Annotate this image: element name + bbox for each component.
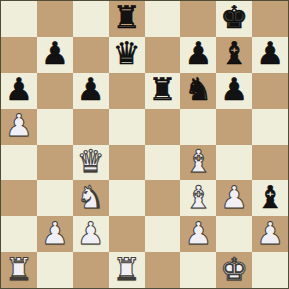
square-b3[interactable]	[37, 180, 73, 216]
square-e6[interactable]: ♜	[145, 73, 181, 109]
piece-white-pawn[interactable]: ♟	[220, 182, 248, 213]
square-e1[interactable]	[145, 252, 181, 288]
square-g3[interactable]: ♟	[216, 180, 252, 216]
piece-white-knight[interactable]: ♞	[77, 182, 105, 213]
square-e4[interactable]	[145, 145, 181, 181]
chess-board-wrapper: ♜♚♟♛♟♝♟♟♟♜♞♟♟♛♝♞♝♟♝♟♟♟♟♜♜♚	[0, 0, 289, 289]
square-f1[interactable]	[180, 252, 216, 288]
square-e2[interactable]	[145, 216, 181, 252]
square-a1[interactable]: ♜	[1, 252, 37, 288]
square-a8[interactable]	[1, 1, 37, 37]
square-g2[interactable]	[216, 216, 252, 252]
square-f4[interactable]: ♝	[180, 145, 216, 181]
piece-white-bishop[interactable]: ♝	[184, 182, 212, 213]
square-d8[interactable]: ♜	[109, 1, 145, 37]
piece-white-pawn[interactable]: ♟	[77, 218, 105, 249]
square-b1[interactable]	[37, 252, 73, 288]
piece-black-pawn[interactable]: ♟	[41, 38, 69, 69]
square-h2[interactable]: ♟	[252, 216, 288, 252]
square-a7[interactable]	[1, 37, 37, 73]
square-a2[interactable]	[1, 216, 37, 252]
piece-black-pawn[interactable]: ♟	[184, 38, 212, 69]
piece-black-pawn[interactable]: ♟	[77, 74, 105, 105]
square-e3[interactable]	[145, 180, 181, 216]
chess-board: ♜♚♟♛♟♝♟♟♟♜♞♟♟♛♝♞♝♟♝♟♟♟♟♜♜♚	[0, 0, 289, 289]
square-f8[interactable]	[180, 1, 216, 37]
square-g7[interactable]: ♝	[216, 37, 252, 73]
square-b7[interactable]: ♟	[37, 37, 73, 73]
square-e8[interactable]	[145, 1, 181, 37]
square-f3[interactable]: ♝	[180, 180, 216, 216]
square-a5[interactable]: ♟	[1, 109, 37, 145]
square-h7[interactable]: ♟	[252, 37, 288, 73]
square-d3[interactable]	[109, 180, 145, 216]
square-e5[interactable]	[145, 109, 181, 145]
square-e7[interactable]	[145, 37, 181, 73]
square-g1[interactable]: ♚	[216, 252, 252, 288]
square-h8[interactable]	[252, 1, 288, 37]
square-b8[interactable]	[37, 1, 73, 37]
square-b5[interactable]	[37, 109, 73, 145]
square-c5[interactable]	[73, 109, 109, 145]
square-d4[interactable]	[109, 145, 145, 181]
square-c6[interactable]: ♟	[73, 73, 109, 109]
square-f7[interactable]: ♟	[180, 37, 216, 73]
piece-black-pawn[interactable]: ♟	[256, 38, 284, 69]
piece-white-rook[interactable]: ♜	[113, 254, 141, 285]
piece-white-pawn[interactable]: ♟	[41, 218, 69, 249]
square-b2[interactable]: ♟	[37, 216, 73, 252]
piece-white-queen[interactable]: ♛	[77, 146, 105, 177]
square-c4[interactable]: ♛	[73, 145, 109, 181]
square-d1[interactable]: ♜	[109, 252, 145, 288]
square-d5[interactable]	[109, 109, 145, 145]
piece-black-knight[interactable]: ♞	[184, 74, 212, 105]
square-c1[interactable]	[73, 252, 109, 288]
square-h3[interactable]: ♝	[252, 180, 288, 216]
square-f2[interactable]: ♟	[180, 216, 216, 252]
square-g6[interactable]: ♟	[216, 73, 252, 109]
square-h5[interactable]	[252, 109, 288, 145]
piece-black-rook[interactable]: ♜	[113, 2, 141, 33]
square-b6[interactable]	[37, 73, 73, 109]
square-f6[interactable]: ♞	[180, 73, 216, 109]
piece-white-pawn[interactable]: ♟	[184, 218, 212, 249]
square-d7[interactable]: ♛	[109, 37, 145, 73]
piece-black-queen[interactable]: ♛	[113, 38, 141, 69]
square-g8[interactable]: ♚	[216, 1, 252, 37]
piece-black-pawn[interactable]: ♟	[5, 74, 33, 105]
piece-black-pawn[interactable]: ♟	[220, 74, 248, 105]
square-a3[interactable]	[1, 180, 37, 216]
square-d6[interactable]	[109, 73, 145, 109]
piece-white-bishop[interactable]: ♝	[184, 146, 212, 177]
piece-white-pawn[interactable]: ♟	[256, 218, 284, 249]
square-g5[interactable]	[216, 109, 252, 145]
square-b4[interactable]	[37, 145, 73, 181]
square-g4[interactable]	[216, 145, 252, 181]
square-h6[interactable]	[252, 73, 288, 109]
square-h4[interactable]	[252, 145, 288, 181]
square-c2[interactable]: ♟	[73, 216, 109, 252]
square-d2[interactable]	[109, 216, 145, 252]
square-a4[interactable]	[1, 145, 37, 181]
piece-white-king[interactable]: ♚	[220, 254, 248, 285]
piece-black-rook[interactable]: ♜	[149, 74, 177, 105]
piece-black-king[interactable]: ♚	[220, 2, 248, 33]
square-c8[interactable]	[73, 1, 109, 37]
square-c3[interactable]: ♞	[73, 180, 109, 216]
piece-white-rook[interactable]: ♜	[5, 254, 33, 285]
square-a6[interactable]: ♟	[1, 73, 37, 109]
piece-black-bishop[interactable]: ♝	[220, 38, 248, 69]
square-c7[interactable]	[73, 37, 109, 73]
square-h1[interactable]	[252, 252, 288, 288]
square-f5[interactable]	[180, 109, 216, 145]
piece-black-bishop[interactable]: ♝	[256, 182, 284, 213]
piece-white-pawn[interactable]: ♟	[5, 110, 33, 141]
